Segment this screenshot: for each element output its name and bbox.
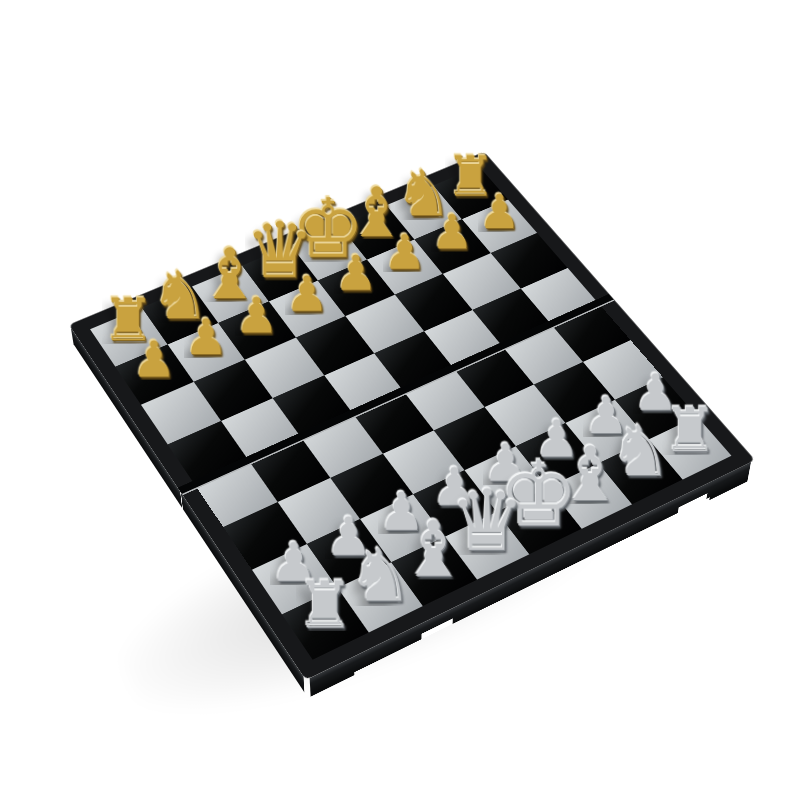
thumb-notch [421,618,452,639]
chess-board: ♜♞♝♛♚♝♞♜♟♟♟♟♟♟♟♟♟♟♟♟♟♟♟♟♜♞♝♛♚♝♞♜ [90,166,731,659]
thumb-notch [678,493,708,513]
knight-glyph: ♞ [347,541,413,610]
pawn-glyph: ♟ [334,251,377,297]
board-frame: ♜♞♝♛♚♝♞♜♟♟♟♟♟♟♟♟♟♟♟♟♟♟♟♟♜♞♝♛♚♝♞♜ [69,152,756,681]
rook-glyph: ♜ [296,574,354,636]
pawn-glyph: ♟ [132,336,177,383]
chess-set-photo: ♜♞♝♛♚♝♞♜♟♟♟♟♟♟♟♟♟♟♟♟♟♟♟♟♜♞♝♛♚♝♞♜ [0,0,800,800]
pawn-glyph: ♟ [235,293,279,339]
pawn-glyph: ♟ [431,210,473,255]
pawn-glyph: ♟ [478,190,520,235]
pawn-glyph: ♟ [184,315,228,362]
pawn-glyph: ♟ [285,272,328,318]
pawn-glyph: ♟ [383,230,426,275]
